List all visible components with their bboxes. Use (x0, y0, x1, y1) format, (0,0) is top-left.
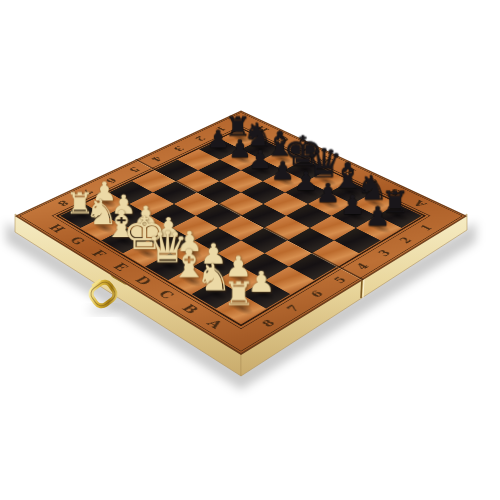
rook-glyph: ♜ (204, 279, 275, 310)
pawn-glyph: ♟ (345, 204, 410, 230)
chess-set-photo: H1H1G2G2F3F3E4E4D5D5C6C6B7B7A8A8♜♞♝♚♛♝♞♜… (0, 0, 500, 500)
